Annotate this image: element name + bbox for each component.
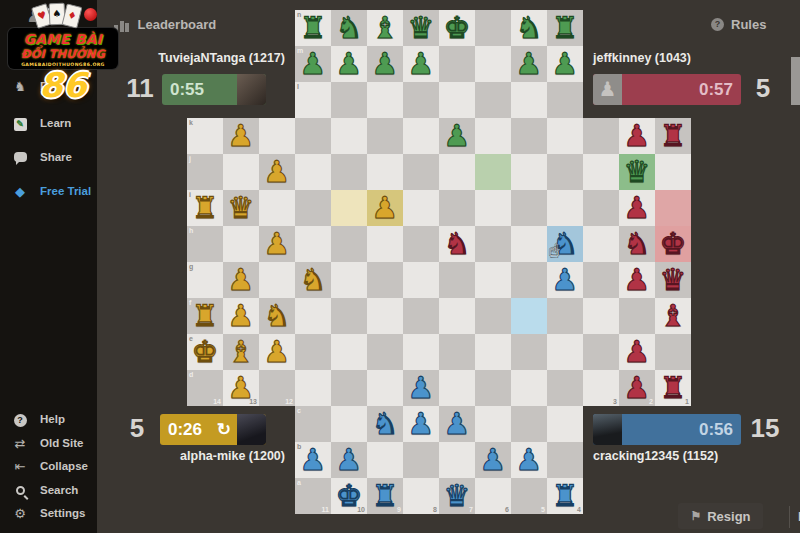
sidebar-item-share[interactable]: Share — [0, 146, 97, 168]
square-k-12[interactable] — [259, 118, 295, 154]
square-c-9[interactable]: ♞ — [367, 406, 403, 442]
piece-red-bishop[interactable]: ♝ — [655, 298, 691, 334]
piece-red-pawn[interactable]: ♟ — [619, 334, 655, 370]
square-l-9[interactable] — [367, 82, 403, 118]
square-m-4[interactable]: ♟ — [547, 46, 583, 82]
collapse-arrow-icon: ⇤ — [0, 459, 40, 474]
square-k-11[interactable] — [295, 118, 331, 154]
piece-blue-pawn[interactable]: ♟ — [511, 442, 547, 478]
piece-yellow-pawn[interactable]: ♟ — [367, 190, 403, 226]
square-j-3[interactable] — [583, 154, 619, 190]
piece-yellow-pawn[interactable]: ♟ — [259, 334, 295, 370]
swap-arrows-icon: ⇄ — [0, 436, 40, 451]
square-d-7[interactable] — [439, 370, 475, 406]
square-h-6[interactable] — [475, 226, 511, 262]
square-j-2[interactable]: ♛ — [619, 154, 655, 190]
board-corner-cutout — [223, 82, 259, 118]
square-b-5[interactable]: ♟ — [511, 442, 547, 478]
square-a-10[interactable]: ♚10 — [331, 478, 367, 514]
board-corner-cutout — [223, 406, 259, 442]
square-h-12[interactable]: ♟ — [259, 226, 295, 262]
square-f-8[interactable] — [403, 298, 439, 334]
piece-red-queen[interactable]: ♛ — [655, 262, 691, 298]
square-j-5[interactable] — [511, 154, 547, 190]
square-k-13[interactable]: ♟ — [223, 118, 259, 154]
square-m-6[interactable] — [475, 46, 511, 82]
score-top-right: 5 — [748, 73, 778, 104]
piece-green-pawn[interactable]: ♟ — [547, 46, 583, 82]
square-e-5[interactable] — [511, 334, 547, 370]
square-n-11[interactable]: ♜n — [295, 10, 331, 46]
board-corner-cutout — [187, 406, 223, 442]
piece-yellow-pawn[interactable]: ♟ — [223, 262, 259, 298]
square-g-13[interactable]: ♟ — [223, 262, 259, 298]
piece-green-pawn[interactable]: ♟ — [295, 46, 331, 82]
square-e-4[interactable] — [547, 334, 583, 370]
square-k-7[interactable]: ♟ — [439, 118, 475, 154]
square-g-2[interactable]: ♟ — [619, 262, 655, 298]
piece-green-knight[interactable]: ♞ — [331, 10, 367, 46]
square-e-2[interactable]: ♟ — [619, 334, 655, 370]
piece-yellow-bishop[interactable]: ♝ — [223, 334, 259, 370]
piece-red-pawn[interactable]: ♟ — [619, 262, 655, 298]
square-b-4[interactable] — [547, 442, 583, 478]
sidebar-item-settings[interactable]: ⚙ Settings — [0, 502, 97, 524]
square-k-5[interactable] — [511, 118, 547, 154]
square-k-9[interactable] — [367, 118, 403, 154]
square-b-11[interactable]: ♟b — [295, 442, 331, 478]
piece-green-pawn[interactable]: ♟ — [439, 118, 475, 154]
row-label: g — [189, 263, 193, 270]
question-circle-icon: ? — [0, 411, 40, 427]
square-n-6[interactable] — [475, 10, 511, 46]
square-l-4[interactable] — [547, 82, 583, 118]
square-i-13[interactable]: ♛ — [223, 190, 259, 226]
sidebar-item-collapse[interactable]: ⇤ Collapse — [0, 455, 97, 477]
piece-yellow-knight[interactable]: ♞ — [259, 298, 295, 334]
square-i-10[interactable] — [331, 190, 367, 226]
learn-tile-icon: ✎ — [0, 115, 40, 131]
board-corner-cutout — [619, 406, 655, 442]
board-corner-cutout — [619, 442, 655, 478]
square-f-5[interactable] — [511, 298, 547, 334]
score-bottom-right: 15 — [748, 413, 782, 444]
square-g-8[interactable] — [403, 262, 439, 298]
square-k-10[interactable] — [331, 118, 367, 154]
square-i-1[interactable] — [655, 190, 691, 226]
square-j-14[interactable]: j — [187, 154, 223, 190]
piece-green-queen[interactable]: ♛ — [403, 10, 439, 46]
rules-link[interactable]: ? Rules — [711, 17, 766, 32]
square-k-2[interactable]: ♟ — [619, 118, 655, 154]
col-label: 5 — [541, 506, 545, 513]
square-j-11[interactable] — [295, 154, 331, 190]
piece-green-bishop[interactable]: ♝ — [367, 10, 403, 46]
square-j-12[interactable]: ♟ — [259, 154, 295, 190]
board[interactable]: ♜n♞♝♛♚♞♜♟m♟♟♟♟♟lk♟♟♟♜j♟♛♜i♛♟♟h♟♞♞♞♚g♟♞♟♟… — [187, 10, 691, 514]
square-h-5[interactable] — [511, 226, 547, 262]
square-n-8[interactable]: ♛ — [403, 10, 439, 46]
piece-blue-pawn[interactable]: ♟ — [331, 442, 367, 478]
board-corner-cutout — [223, 442, 259, 478]
square-h-3[interactable] — [583, 226, 619, 262]
square-i-9[interactable]: ♟ — [367, 190, 403, 226]
knight-icon: ♞ — [0, 79, 40, 94]
board-corner-cutout — [187, 46, 223, 82]
piece-green-queen[interactable]: ♛ — [619, 154, 655, 190]
piece-yellow-knight[interactable]: ♞ — [295, 262, 331, 298]
square-n-4[interactable]: ♜ — [547, 10, 583, 46]
square-a-6[interactable]: 6 — [475, 478, 511, 514]
square-b-9[interactable] — [367, 442, 403, 478]
square-d-4[interactable] — [547, 370, 583, 406]
square-g-14[interactable]: g — [187, 262, 223, 298]
piece-red-pawn[interactable]: ♟ — [619, 118, 655, 154]
col-label: 6 — [505, 506, 509, 513]
square-g-1[interactable]: ♛ — [655, 262, 691, 298]
score-top-left: 11 — [125, 73, 155, 104]
board-corner-cutout — [259, 478, 295, 514]
square-h-2[interactable]: ♞ — [619, 226, 655, 262]
square-h-8[interactable] — [403, 226, 439, 262]
square-k-3[interactable] — [583, 118, 619, 154]
square-f-9[interactable] — [367, 298, 403, 334]
row-label: a — [297, 479, 301, 486]
board-corner-cutout — [583, 442, 619, 478]
square-e-1[interactable] — [655, 334, 691, 370]
square-m-8[interactable]: ♟ — [403, 46, 439, 82]
partial-right-button[interactable]: M — [789, 506, 800, 528]
square-k-14[interactable]: k — [187, 118, 223, 154]
logo-text: Che — [44, 5, 77, 25]
board-corner-cutout — [583, 478, 619, 514]
square-d-1[interactable]: ♜1 — [655, 370, 691, 406]
piece-blue-pawn[interactable]: ♟ — [475, 442, 511, 478]
score-bottom-left: 5 — [122, 413, 152, 444]
piece-blue-knight[interactable]: ♞ — [547, 226, 583, 262]
square-h-9[interactable] — [367, 226, 403, 262]
board-corner-cutout — [187, 82, 223, 118]
board-corner-cutout — [619, 82, 655, 118]
piece-blue-rook[interactable]: ♜ — [367, 478, 403, 514]
piece-blue-king[interactable]: ♚ — [331, 478, 367, 514]
square-c-11[interactable]: c — [295, 406, 331, 442]
piece-yellow-pawn[interactable]: ♟ — [223, 118, 259, 154]
square-n-5[interactable]: ♞ — [511, 10, 547, 46]
square-c-8[interactable]: ♟ — [403, 406, 439, 442]
square-f-2[interactable] — [619, 298, 655, 334]
sidebar-item-help[interactable]: ? Help — [0, 408, 97, 430]
square-h-7[interactable]: ♞ — [439, 226, 475, 262]
piece-green-king[interactable]: ♚ — [439, 10, 475, 46]
piece-yellow-rook[interactable]: ♜ — [187, 190, 223, 226]
app-logo[interactable]: ♟ Che — [26, 4, 77, 26]
square-j-6[interactable] — [475, 154, 511, 190]
square-h-11[interactable] — [295, 226, 331, 262]
square-g-10[interactable] — [331, 262, 367, 298]
square-n-10[interactable]: ♞ — [331, 10, 367, 46]
board-corner-cutout — [655, 82, 691, 118]
square-m-7[interactable] — [439, 46, 475, 82]
resign-label: Resign — [707, 509, 750, 524]
square-f-14[interactable]: ♜f — [187, 298, 223, 334]
square-i-5[interactable] — [511, 190, 547, 226]
board-corner-cutout — [187, 478, 223, 514]
col-label: 8 — [433, 506, 437, 513]
sidebar: ♟ Che ♞ Play ✎ Learn Share ◆ Free Trial … — [0, 0, 97, 533]
square-h-13[interactable] — [223, 226, 259, 262]
square-d-10[interactable] — [331, 370, 367, 406]
board-corner-cutout — [187, 442, 223, 478]
square-k-4[interactable] — [547, 118, 583, 154]
square-d-5[interactable] — [511, 370, 547, 406]
piece-yellow-king[interactable]: ♚ — [187, 334, 223, 370]
piece-yellow-pawn[interactable]: ♟ — [259, 226, 295, 262]
board-corner-cutout — [655, 10, 691, 46]
square-i-6[interactable] — [475, 190, 511, 226]
square-d-12[interactable]: 12 — [259, 370, 295, 406]
piece-green-pawn[interactable]: ♟ — [331, 46, 367, 82]
square-e-7[interactable] — [439, 334, 475, 370]
square-h-14[interactable]: h — [187, 226, 223, 262]
square-g-9[interactable] — [367, 262, 403, 298]
square-k-6[interactable] — [475, 118, 511, 154]
board-corner-cutout — [655, 46, 691, 82]
square-d-11[interactable] — [295, 370, 331, 406]
piece-blue-pawn[interactable]: ♟ — [403, 406, 439, 442]
square-i-7[interactable] — [439, 190, 475, 226]
square-c-7[interactable]: ♟ — [439, 406, 475, 442]
piece-red-king[interactable]: ♚ — [655, 226, 691, 262]
piece-green-rook[interactable]: ♜ — [295, 10, 331, 46]
row-label: h — [189, 227, 193, 234]
square-i-8[interactable] — [403, 190, 439, 226]
right-edge-panel — [791, 57, 800, 105]
row-label: k — [189, 119, 193, 126]
piece-yellow-pawn[interactable]: ♟ — [223, 298, 259, 334]
square-g-11[interactable]: ♞ — [295, 262, 331, 298]
square-i-14[interactable]: ♜i — [187, 190, 223, 226]
sidebar-item-play[interactable]: ♞ Play — [0, 75, 97, 97]
board-corner-cutout — [259, 10, 295, 46]
square-d-14[interactable]: d14 — [187, 370, 223, 406]
col-label: 14 — [213, 398, 221, 405]
row-label: j — [189, 155, 191, 162]
question-circle-icon: ? — [711, 18, 724, 31]
square-e-14[interactable]: ♚e — [187, 334, 223, 370]
square-l-10[interactable] — [331, 82, 367, 118]
sidebar-item-search[interactable]: Search — [0, 479, 97, 501]
flag-icon: ⚑ — [690, 509, 701, 523]
square-f-13[interactable]: ♟ — [223, 298, 259, 334]
square-d-6[interactable] — [475, 370, 511, 406]
square-a-9[interactable]: ♜9 — [367, 478, 403, 514]
square-l-11[interactable]: l — [295, 82, 331, 118]
square-c-5[interactable] — [511, 406, 547, 442]
piece-yellow-queen[interactable]: ♛ — [223, 190, 259, 226]
square-g-5[interactable] — [511, 262, 547, 298]
row-label: l — [297, 83, 299, 90]
piece-green-rook[interactable]: ♜ — [547, 10, 583, 46]
col-label: 12 — [285, 398, 293, 405]
piece-blue-queen[interactable]: ♛ — [439, 478, 475, 514]
square-j-8[interactable] — [403, 154, 439, 190]
four-player-chess-app: { "game": "Four Player Chess (chess.com … — [0, 0, 800, 533]
piece-red-pawn[interactable]: ♟ — [619, 190, 655, 226]
sidebar-item-learn[interactable]: ✎ Learn — [0, 112, 97, 134]
square-l-6[interactable] — [475, 82, 511, 118]
square-l-8[interactable] — [403, 82, 439, 118]
square-e-9[interactable] — [367, 334, 403, 370]
piece-green-knight[interactable]: ♞ — [511, 10, 547, 46]
square-k-8[interactable] — [403, 118, 439, 154]
square-f-1[interactable]: ♝ — [655, 298, 691, 334]
square-g-12[interactable] — [259, 262, 295, 298]
square-l-5[interactable] — [511, 82, 547, 118]
square-i-3[interactable] — [583, 190, 619, 226]
piece-yellow-rook[interactable]: ♜ — [187, 298, 223, 334]
piece-green-pawn[interactable]: ♟ — [367, 46, 403, 82]
square-e-3[interactable] — [583, 334, 619, 370]
square-c-10[interactable] — [331, 406, 367, 442]
diamond-icon: ◆ — [0, 184, 40, 199]
piece-blue-pawn[interactable]: ♟ — [439, 406, 475, 442]
square-k-1[interactable]: ♜ — [655, 118, 691, 154]
board-corner-cutout — [619, 10, 655, 46]
piece-blue-pawn[interactable]: ♟ — [295, 442, 331, 478]
square-a-11[interactable]: a11 — [295, 478, 331, 514]
square-c-6[interactable] — [475, 406, 511, 442]
bar-chart-icon — [114, 21, 131, 32]
board-corner-cutout — [583, 10, 619, 46]
board-corner-cutout — [223, 46, 259, 82]
sidebar-item-free-trial[interactable]: ◆ Free Trial — [0, 180, 97, 202]
piece-red-knight[interactable]: ♞ — [619, 226, 655, 262]
speech-bubble-icon — [0, 150, 40, 165]
square-h-4[interactable]: ♞ — [547, 226, 583, 262]
square-f-3[interactable] — [583, 298, 619, 334]
piece-red-pawn[interactable]: ♟ — [619, 370, 655, 406]
board-corner-cutout — [655, 406, 691, 442]
board-corner-cutout — [259, 406, 295, 442]
square-d-8[interactable]: ♟ — [403, 370, 439, 406]
square-j-4[interactable] — [547, 154, 583, 190]
pawn-logo-icon: ♟ — [26, 4, 44, 26]
square-l-7[interactable] — [439, 82, 475, 118]
sidebar-item-old-site[interactable]: ⇄ Old Site — [0, 432, 97, 454]
piece-red-rook[interactable]: ♜ — [655, 118, 691, 154]
square-a-7[interactable]: ♛7 — [439, 478, 475, 514]
magnifier-icon — [0, 483, 40, 498]
board-corner-cutout — [259, 82, 295, 118]
square-f-4[interactable] — [547, 298, 583, 334]
board-corner-cutout — [259, 46, 295, 82]
square-e-13[interactable]: ♝ — [223, 334, 259, 370]
square-n-7[interactable]: ♚ — [439, 10, 475, 46]
gear-icon: ⚙ — [0, 506, 40, 521]
square-i-2[interactable]: ♟ — [619, 190, 655, 226]
board-corner-cutout — [583, 406, 619, 442]
square-d-13[interactable]: ♟13 — [223, 370, 259, 406]
square-g-7[interactable] — [439, 262, 475, 298]
square-d-3[interactable]: 3 — [583, 370, 619, 406]
square-f-11[interactable] — [295, 298, 331, 334]
square-d-2[interactable]: ♟2 — [619, 370, 655, 406]
square-h-10[interactable] — [331, 226, 367, 262]
piece-blue-pawn[interactable]: ♟ — [403, 370, 439, 406]
square-i-12[interactable] — [259, 190, 295, 226]
board-corner-cutout — [223, 10, 259, 46]
board-corner-cutout — [187, 10, 223, 46]
square-i-11[interactable] — [295, 190, 331, 226]
square-e-10[interactable] — [331, 334, 367, 370]
square-f-6[interactable] — [475, 298, 511, 334]
piece-blue-knight[interactable]: ♞ — [367, 406, 403, 442]
square-g-4[interactable]: ♟ — [547, 262, 583, 298]
board-corner-cutout — [655, 478, 691, 514]
piece-yellow-pawn[interactable]: ♟ — [223, 370, 259, 406]
board-corner-cutout — [619, 478, 655, 514]
row-label: c — [297, 407, 301, 414]
square-b-10[interactable]: ♟ — [331, 442, 367, 478]
col-label: 3 — [613, 398, 617, 405]
square-c-4[interactable] — [547, 406, 583, 442]
piece-blue-pawn[interactable]: ♟ — [547, 262, 583, 298]
square-j-13[interactable] — [223, 154, 259, 190]
square-m-5[interactable]: ♟ — [511, 46, 547, 82]
square-j-7[interactable] — [439, 154, 475, 190]
square-j-9[interactable] — [367, 154, 403, 190]
square-h-1[interactable]: ♚ — [655, 226, 691, 262]
piece-green-pawn[interactable]: ♟ — [403, 46, 439, 82]
board-corner-cutout — [619, 46, 655, 82]
square-g-3[interactable] — [583, 262, 619, 298]
square-f-7[interactable] — [439, 298, 475, 334]
square-a-4[interactable]: ♜4 — [547, 478, 583, 514]
piece-yellow-pawn[interactable]: ♟ — [259, 154, 295, 190]
piece-red-rook[interactable]: ♜ — [655, 370, 691, 406]
square-e-6[interactable] — [475, 334, 511, 370]
board-corner-cutout — [583, 46, 619, 82]
square-a-5[interactable]: 5 — [511, 478, 547, 514]
square-m-9[interactable]: ♟ — [367, 46, 403, 82]
square-j-10[interactable] — [331, 154, 367, 190]
square-b-8[interactable] — [403, 442, 439, 478]
square-b-6[interactable]: ♟ — [475, 442, 511, 478]
square-j-1[interactable] — [655, 154, 691, 190]
piece-red-knight[interactable]: ♞ — [439, 226, 475, 262]
square-f-10[interactable] — [331, 298, 367, 334]
board-corner-cutout — [223, 478, 259, 514]
square-f-12[interactable]: ♞ — [259, 298, 295, 334]
square-b-7[interactable] — [439, 442, 475, 478]
square-i-4[interactable] — [547, 190, 583, 226]
square-e-11[interactable] — [295, 334, 331, 370]
square-g-6[interactable] — [475, 262, 511, 298]
square-m-11[interactable]: ♟m — [295, 46, 331, 82]
square-d-9[interactable] — [367, 370, 403, 406]
board-corner-cutout — [655, 442, 691, 478]
piece-green-pawn[interactable]: ♟ — [511, 46, 547, 82]
square-n-9[interactable]: ♝ — [367, 10, 403, 46]
board-corner-cutout — [583, 82, 619, 118]
square-m-10[interactable]: ♟ — [331, 46, 367, 82]
square-a-8[interactable]: 8 — [403, 478, 439, 514]
square-e-12[interactable]: ♟ — [259, 334, 295, 370]
square-e-8[interactable] — [403, 334, 439, 370]
row-label: d — [189, 371, 193, 378]
piece-blue-rook[interactable]: ♜ — [547, 478, 583, 514]
